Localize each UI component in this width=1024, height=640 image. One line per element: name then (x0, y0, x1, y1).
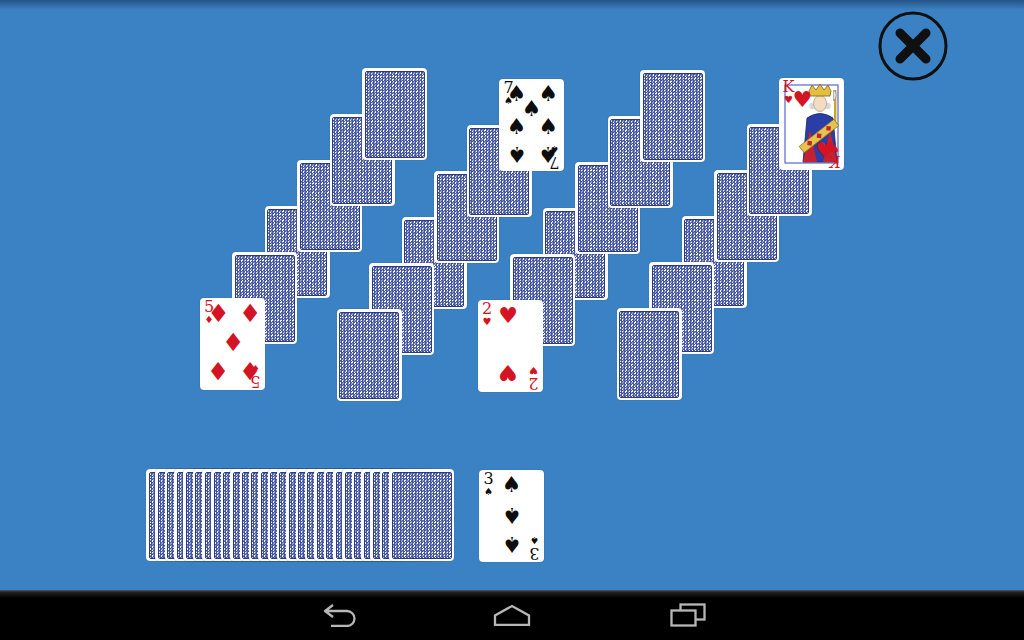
pip-icon: ♠ (507, 143, 527, 165)
waste-card-3-♠[interactable]: 3♠3♠♠♠♠ (479, 470, 544, 562)
pip-icon: ♠ (502, 533, 522, 555)
rank-label: 3 (528, 545, 541, 560)
suit-icon: ♥ (481, 317, 494, 327)
card-index-tl: 3♠ (482, 472, 495, 497)
pip-icon: ♦ (207, 357, 229, 382)
rank-label: 2 (481, 302, 494, 317)
pip-icon: ♥ (815, 140, 835, 162)
pip-icon: ♠ (539, 83, 559, 105)
android-navigation-bar (0, 590, 1024, 640)
rank-label: 2 (527, 375, 540, 390)
pip-icon: ♠ (539, 116, 559, 138)
suit-icon: ♠ (482, 487, 495, 497)
card-back-pattern (365, 71, 425, 158)
tablet-screen: 5♦5♦♦♦♦♦♦7♠7♠♠♠♠♠♠♠♠2♥2♥♥♥K♥K♥♥♥ 3♠3♠♠♠♠ (0, 0, 1024, 640)
card-back-pattern (619, 311, 679, 398)
pip-icon: ♠ (502, 504, 522, 526)
card-index-br: 3♠ (528, 535, 541, 560)
tableau-card-fan1-row1-facedown[interactable] (362, 68, 427, 160)
nav-recent-apps-button[interactable] (650, 590, 726, 640)
rank-label: 3 (482, 472, 495, 487)
home-icon (492, 604, 532, 626)
nav-home-button[interactable] (474, 590, 550, 640)
card-index-tl: 2♥ (481, 302, 494, 327)
pip-icon: ♠ (539, 143, 559, 165)
pip-icon: ♠ (502, 474, 522, 496)
tableau-card-fan3-row1-facedown[interactable] (640, 70, 705, 162)
card-back-pattern (339, 312, 399, 399)
suit-icon: ♥ (527, 365, 540, 375)
pip-icon: ♦ (222, 330, 244, 355)
tableau-card-fan2-row6-facedown[interactable] (337, 309, 402, 401)
tableau-card-fan2-row1-7-♠[interactable]: 7♠7♠♠♠♠♠♠♠♠ (499, 79, 564, 171)
close-icon (876, 9, 950, 83)
pip-icon: ♦ (239, 357, 261, 382)
card-back-pattern (643, 73, 703, 160)
status-bar-shade (0, 0, 1024, 10)
pip-icon: ♦ (207, 300, 229, 325)
pip-icon: ♦ (239, 300, 261, 325)
solitaire-table: 5♦5♦♦♦♦♦♦7♠7♠♠♠♠♠♠♠♠2♥2♥♥♥K♥K♥♥♥ 3♠3♠♠♠♠ (0, 0, 1024, 640)
back-icon (322, 603, 359, 627)
close-button[interactable] (876, 9, 950, 83)
tableau-card-fan4-row1-K-♥[interactable]: K♥K♥♥♥ (779, 78, 844, 170)
nav-back-button[interactable] (302, 590, 378, 640)
stock-top-card[interactable] (389, 469, 454, 561)
card-index-br: 2♥ (527, 365, 540, 390)
pip-icon: ♠ (507, 116, 527, 138)
pip-icon: ♥ (793, 89, 813, 111)
tableau-card-fan4-row6-facedown[interactable] (617, 308, 682, 400)
tableau-card-fan1-row6-5-♦[interactable]: 5♦5♦♦♦♦♦♦ (200, 298, 265, 390)
pip-icon: ♥ (498, 305, 518, 327)
tableau-card-fan3-row6-2-♥[interactable]: 2♥2♥♥♥ (478, 300, 543, 392)
card-back-pattern (392, 472, 452, 559)
recent-apps-icon (669, 603, 707, 627)
pip-icon: ♥ (498, 361, 518, 383)
